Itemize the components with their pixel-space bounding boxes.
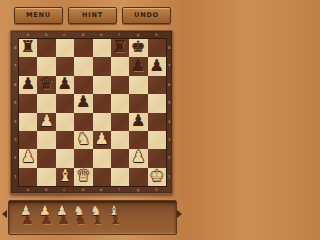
square-f6[interactable] [111, 76, 129, 94]
square-b7[interactable] [37, 57, 55, 75]
file-top-d: d [82, 33, 85, 37]
square-g5[interactable] [129, 94, 147, 112]
file-top-e: e [100, 33, 102, 37]
square-c4[interactable] [56, 113, 74, 131]
captured-black-pawn: ♟ [22, 213, 34, 226]
square-e2[interactable] [93, 149, 111, 167]
captured-pieces-tray: ♟♟♟♞♞♝♟♟♟♞♝♝ [8, 200, 177, 235]
toolbar: Menu Hint Undo [0, 0, 183, 28]
file-top-h: h [155, 33, 158, 37]
square-e6[interactable] [93, 76, 111, 94]
piece-white-pawn-e3[interactable]: ♟ [93, 130, 111, 148]
piece-black-queen-b6[interactable]: ♛ [37, 75, 55, 93]
piece-black-pawn-a6[interactable]: ♟ [19, 75, 37, 93]
square-b2[interactable] [37, 149, 55, 167]
square-h5[interactable] [148, 94, 166, 112]
square-b5[interactable] [37, 94, 55, 112]
square-f3[interactable] [111, 131, 129, 149]
rank-right-6: 6 [168, 83, 171, 87]
piece-white-bishop-c1[interactable]: ♝ [56, 167, 74, 185]
piece-black-rook-f8[interactable]: ♜ [111, 38, 129, 56]
captured-black-pawn: ♟ [58, 213, 70, 226]
square-a7[interactable] [19, 57, 37, 75]
rank-left-5: 5 [14, 101, 17, 105]
square-c3[interactable] [56, 131, 74, 149]
piece-black-king-g8[interactable]: ♚ [129, 38, 147, 56]
square-c7[interactable] [56, 57, 74, 75]
square-h4[interactable] [148, 113, 166, 131]
rank-right-7: 7 [168, 64, 171, 68]
file-bottom-h: h [155, 188, 158, 192]
square-f2[interactable] [111, 149, 129, 167]
square-e7[interactable] [93, 57, 111, 75]
square-f5[interactable] [111, 94, 129, 112]
rank-right-2: 2 [168, 156, 171, 160]
square-b8[interactable] [37, 39, 55, 57]
rank-left-8: 8 [14, 46, 17, 50]
hint-button[interactable]: Hint [68, 7, 117, 24]
square-h6[interactable] [148, 76, 166, 94]
piece-white-knight-d3[interactable]: ♞ [74, 130, 92, 148]
file-bottom-b: b [45, 188, 48, 192]
captured-black-pawn: ♟ [41, 213, 53, 226]
captured-black-bishop: ♝ [92, 213, 104, 226]
captured-black-knight: ♞ [75, 213, 87, 226]
rank-right-3: 3 [168, 138, 171, 142]
piece-black-pawn-c6[interactable]: ♟ [56, 75, 74, 93]
square-f4[interactable] [111, 113, 129, 131]
square-a4[interactable] [19, 113, 37, 131]
rank-right-1: 1 [168, 175, 171, 179]
square-e8[interactable] [93, 39, 111, 57]
file-bottom-e: e [100, 188, 102, 192]
captured-black-bishop: ♝ [110, 213, 122, 226]
piece-black-pawn-h7[interactable]: ♟ [148, 56, 166, 74]
rank-left-6: 6 [14, 83, 17, 87]
file-bottom-c: c [63, 188, 65, 192]
square-c2[interactable] [56, 149, 74, 167]
piece-black-pawn-g7[interactable]: ♟ [129, 56, 147, 74]
rank-left-3: 3 [14, 138, 17, 142]
rank-left-4: 4 [14, 120, 17, 124]
square-g6[interactable] [129, 76, 147, 94]
piece-white-pawn-g2[interactable]: ♟ [129, 148, 147, 166]
rank-left-1: 1 [14, 175, 17, 179]
square-b1[interactable] [37, 168, 55, 186]
piece-black-rook-a8[interactable]: ♜ [19, 38, 37, 56]
chess-board-frame: ♜♜♚♟♟♟♛♟♟♟♟♞♟♟♟♝♛♚aabbccddeeffgghh887766… [10, 30, 173, 194]
square-f1[interactable] [111, 168, 129, 186]
file-top-b: b [45, 33, 48, 37]
piece-white-queen-d1[interactable]: ♛ [74, 167, 92, 185]
square-b3[interactable] [37, 131, 55, 149]
rank-left-2: 2 [14, 156, 17, 160]
piece-black-pawn-d5[interactable]: ♟ [74, 93, 92, 111]
piece-black-pawn-g4[interactable]: ♟ [129, 112, 147, 130]
square-c8[interactable] [56, 39, 74, 57]
rank-right-5: 5 [168, 101, 171, 105]
file-bottom-d: d [82, 188, 85, 192]
piece-white-king-h1[interactable]: ♚ [148, 167, 166, 185]
file-bottom-a: a [27, 188, 29, 192]
square-e1[interactable] [93, 168, 111, 186]
square-a5[interactable] [19, 94, 37, 112]
file-top-c: c [63, 33, 65, 37]
square-f7[interactable] [111, 57, 129, 75]
square-h2[interactable] [148, 149, 166, 167]
menu-button[interactable]: Menu [14, 7, 63, 24]
tray-scroll-right-icon[interactable] [177, 210, 182, 218]
piece-white-pawn-a2[interactable]: ♟ [19, 148, 37, 166]
rank-right-8: 8 [168, 46, 171, 50]
undo-button[interactable]: Undo [122, 7, 171, 24]
square-d7[interactable] [74, 57, 92, 75]
chess-app: { "game": "chess", "app": {"style": "woo… [0, 0, 183, 240]
square-h8[interactable] [148, 39, 166, 57]
square-h3[interactable] [148, 131, 166, 149]
square-d8[interactable] [74, 39, 92, 57]
tray-scroll-left-icon[interactable] [2, 210, 7, 218]
file-bottom-f: f [118, 188, 119, 192]
rank-right-4: 4 [168, 120, 171, 124]
rank-left-7: 7 [14, 64, 17, 68]
square-c5[interactable] [56, 94, 74, 112]
file-bottom-g: g [137, 188, 140, 192]
square-a1[interactable] [19, 168, 37, 186]
square-d2[interactable] [74, 149, 92, 167]
square-e5[interactable] [93, 94, 111, 112]
piece-white-pawn-b4[interactable]: ♟ [37, 112, 55, 130]
square-g1[interactable] [129, 168, 147, 186]
